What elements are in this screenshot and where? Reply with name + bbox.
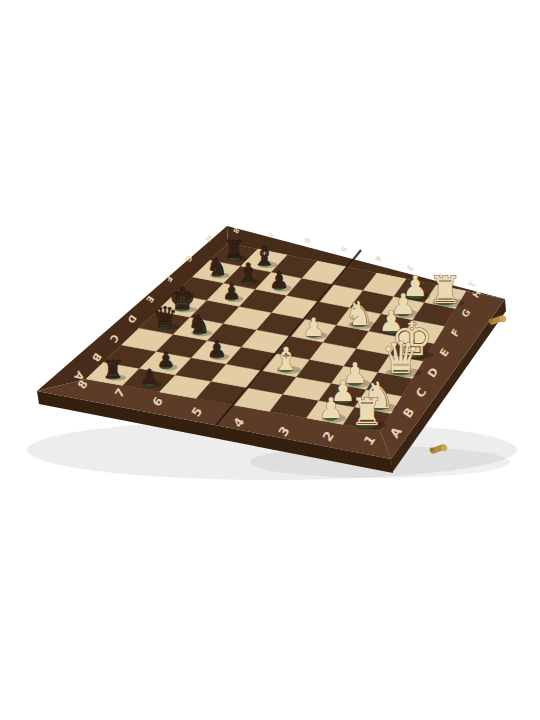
piece-wB-c4[interactable]: ♝ — [272, 340, 302, 378]
piece-bN-g8[interactable]: ♞ — [206, 253, 230, 281]
piece-wR-a1[interactable]: ♜ — [350, 390, 386, 434]
svg-text:♝: ♝ — [272, 340, 301, 378]
svg-text:♟: ♟ — [318, 392, 343, 425]
svg-text:♞: ♞ — [206, 253, 227, 281]
piece-wN-f3[interactable]: ♞ — [344, 294, 376, 333]
coord-file-G-far: G — [183, 253, 194, 263]
piece-bR-a8[interactable]: ♜ — [102, 355, 126, 384]
svg-text:♛: ♛ — [152, 301, 177, 334]
piece-bN-d7[interactable]: ♞ — [187, 309, 212, 339]
piece-bQ-d8[interactable]: ♛ — [152, 301, 179, 334]
coord-rank-4-far: 4 — [372, 254, 383, 264]
svg-text:♟: ♟ — [156, 348, 175, 372]
svg-text:♟: ♟ — [302, 313, 325, 342]
piece-bP-g6[interactable]: ♟ — [269, 267, 292, 293]
svg-text:♜: ♜ — [350, 390, 384, 434]
svg-text:♜: ♜ — [102, 355, 124, 384]
chess-set-photo: 1122334455667788AABBCCDDEEFFGGHH♜♝♞♝♟♟♟♜… — [0, 0, 540, 720]
svg-text:♜: ♜ — [429, 268, 463, 312]
piece-bP-a7[interactable]: ♟ — [140, 365, 161, 389]
svg-text:♟: ♟ — [207, 336, 227, 362]
piece-bP-c6[interactable]: ♟ — [207, 336, 230, 362]
svg-text:♞: ♞ — [344, 294, 374, 333]
piece-bP-b7[interactable]: ♟ — [156, 348, 177, 372]
coord-rank-6-far: 6 — [302, 236, 312, 245]
svg-text:♟: ♟ — [222, 280, 241, 304]
coord-file-H-far: H — [204, 233, 215, 243]
piece-bP-f7[interactable]: ♟ — [222, 280, 243, 304]
svg-text:♞: ♞ — [187, 309, 210, 339]
piece-wR-h1[interactable]: ♜ — [429, 268, 465, 312]
svg-text:♟: ♟ — [269, 267, 289, 293]
piece-wP-a2[interactable]: ♟ — [318, 392, 346, 425]
coord-rank-1-far: 1 — [466, 279, 478, 290]
svg-text:♟: ♟ — [140, 365, 159, 389]
coord-rank-5-far: 5 — [339, 244, 349, 253]
piece-wP-e4[interactable]: ♟ — [302, 313, 327, 342]
chess-board: 1122334455667788AABBCCDDEEFFGGHH♜♝♞♝♟♟♟♜… — [0, 0, 540, 720]
